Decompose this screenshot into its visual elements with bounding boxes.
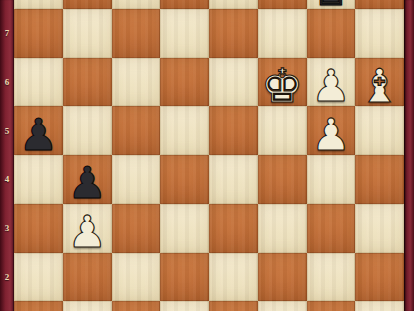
square-d5[interactable] — [160, 106, 209, 155]
square-h2[interactable] — [355, 253, 404, 302]
square-b1[interactable] — [63, 301, 112, 311]
black-pawn-icon: ♟ — [67, 161, 106, 205]
square-f1[interactable] — [258, 301, 307, 311]
square-f8[interactable] — [258, 0, 307, 9]
square-f4[interactable] — [258, 155, 307, 204]
black-king-icon: ♚ — [310, 0, 352, 12]
rank-label-4: 4 — [0, 175, 14, 184]
square-d1[interactable] — [160, 301, 209, 311]
square-a7[interactable] — [14, 9, 63, 58]
square-b6[interactable] — [63, 58, 112, 107]
square-f6[interactable]: ♚ — [258, 58, 307, 107]
square-a4[interactable] — [14, 155, 63, 204]
square-h3[interactable] — [355, 204, 404, 253]
square-e3[interactable] — [209, 204, 258, 253]
square-d7[interactable] — [160, 9, 209, 58]
black-pawn-icon: ♟ — [19, 113, 58, 157]
square-b2[interactable] — [63, 253, 112, 302]
square-g5[interactable]: ♟ — [307, 106, 356, 155]
square-g2[interactable] — [307, 253, 356, 302]
rank-label-6: 6 — [0, 77, 14, 86]
square-b3[interactable]: ♟ — [63, 204, 112, 253]
rank-label-7: 7 — [0, 29, 14, 38]
board-frame-left: 87654321 — [0, 0, 14, 311]
square-c5[interactable] — [112, 106, 161, 155]
square-c7[interactable] — [112, 9, 161, 58]
chessboard: ♚♚♟♝♟♟♟♟ — [14, 0, 404, 311]
square-g1[interactable] — [307, 301, 356, 311]
square-h6[interactable]: ♝ — [355, 58, 404, 107]
rank-label-2: 2 — [0, 272, 14, 281]
white-bishop-icon: ♝ — [359, 63, 400, 109]
square-f5[interactable] — [258, 106, 307, 155]
square-a1[interactable] — [14, 301, 63, 311]
square-e1[interactable] — [209, 301, 258, 311]
square-g6[interactable]: ♟ — [307, 58, 356, 107]
square-c4[interactable] — [112, 155, 161, 204]
square-b7[interactable] — [63, 9, 112, 58]
square-d2[interactable] — [160, 253, 209, 302]
white-pawn-icon: ♟ — [311, 113, 350, 157]
square-f7[interactable] — [258, 9, 307, 58]
square-h8[interactable] — [355, 0, 404, 9]
square-a8[interactable] — [14, 0, 63, 9]
square-h5[interactable] — [355, 106, 404, 155]
square-d6[interactable] — [160, 58, 209, 107]
square-a5[interactable]: ♟ — [14, 106, 63, 155]
square-d3[interactable] — [160, 204, 209, 253]
white-pawn-icon: ♟ — [67, 210, 106, 254]
rank-label-3: 3 — [0, 224, 14, 233]
square-a2[interactable] — [14, 253, 63, 302]
square-h7[interactable] — [355, 9, 404, 58]
square-g7[interactable] — [307, 9, 356, 58]
square-g8[interactable]: ♚ — [307, 0, 356, 9]
square-c6[interactable] — [112, 58, 161, 107]
square-b4[interactable]: ♟ — [63, 155, 112, 204]
square-e6[interactable] — [209, 58, 258, 107]
square-e2[interactable] — [209, 253, 258, 302]
square-c8[interactable] — [112, 0, 161, 9]
white-pawn-icon: ♟ — [311, 64, 350, 108]
square-c2[interactable] — [112, 253, 161, 302]
square-f2[interactable] — [258, 253, 307, 302]
square-a6[interactable] — [14, 58, 63, 107]
square-h1[interactable] — [355, 301, 404, 311]
square-e8[interactable] — [209, 0, 258, 9]
square-d4[interactable] — [160, 155, 209, 204]
white-king-icon: ♚ — [261, 62, 303, 109]
chess-diagram: ♚♚♟♝♟♟♟♟ 87654321 — [0, 0, 414, 311]
square-e4[interactable] — [209, 155, 258, 204]
square-b8[interactable] — [63, 0, 112, 9]
square-g3[interactable] — [307, 204, 356, 253]
square-c1[interactable] — [112, 301, 161, 311]
square-e7[interactable] — [209, 9, 258, 58]
square-d8[interactable] — [160, 0, 209, 9]
board-frame-right — [404, 0, 414, 311]
square-c3[interactable] — [112, 204, 161, 253]
square-e5[interactable] — [209, 106, 258, 155]
square-g4[interactable] — [307, 155, 356, 204]
square-h4[interactable] — [355, 155, 404, 204]
square-f3[interactable] — [258, 204, 307, 253]
square-a3[interactable] — [14, 204, 63, 253]
square-b5[interactable] — [63, 106, 112, 155]
rank-label-5: 5 — [0, 126, 14, 135]
